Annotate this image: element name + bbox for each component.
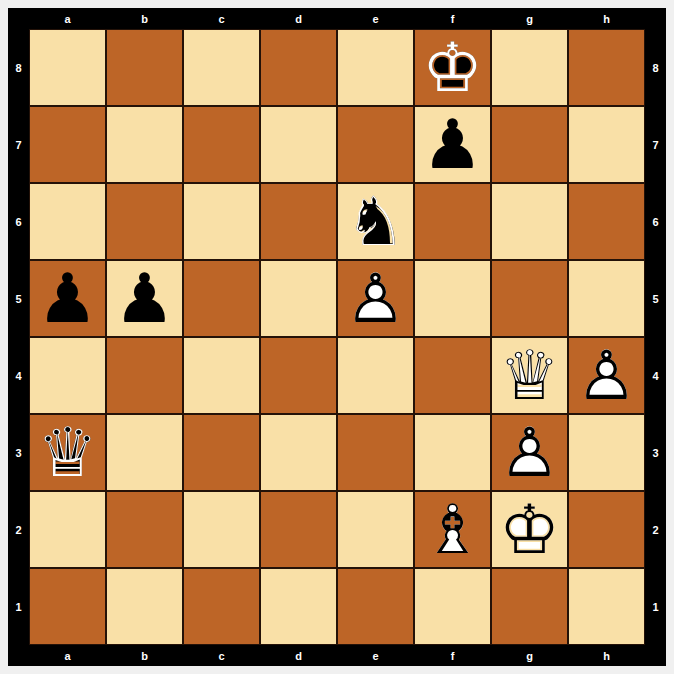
white-queen-g4[interactable]: ♛♕ (492, 338, 567, 413)
square-h4[interactable]: ♟♙ (568, 337, 645, 414)
square-e7[interactable] (337, 106, 414, 183)
file-labels-top: abcdefgh (29, 8, 645, 29)
file-label-c: c (183, 8, 260, 29)
square-e5[interactable]: ♟♙ (337, 260, 414, 337)
bishop-outline-icon: ♗ (415, 492, 490, 567)
file-label-b: b (106, 645, 183, 666)
square-c7[interactable] (183, 106, 260, 183)
file-label-b: b (106, 8, 183, 29)
white-pawn-h4[interactable]: ♟♙ (569, 338, 644, 413)
pawn-outline-icon: ♙ (338, 261, 413, 336)
rank-label-3: 3 (8, 414, 29, 491)
queen-outline-icon: ♕ (30, 415, 105, 490)
file-label-e: e (337, 645, 414, 666)
rank-label-1: 1 (645, 568, 666, 645)
square-h3[interactable] (568, 414, 645, 491)
pawn-icon: ♟ (415, 107, 490, 182)
square-h1[interactable] (568, 568, 645, 645)
pawn-icon: ♟ (30, 261, 105, 336)
square-c8[interactable] (183, 29, 260, 106)
square-f1[interactable] (414, 568, 491, 645)
rank-label-6: 6 (645, 183, 666, 260)
file-label-c: c (183, 645, 260, 666)
pawn-outline-icon: ♙ (569, 338, 644, 413)
square-c1[interactable] (183, 568, 260, 645)
square-b8[interactable] (106, 29, 183, 106)
square-h8[interactable] (568, 29, 645, 106)
square-g7[interactable] (491, 106, 568, 183)
square-b2[interactable] (106, 491, 183, 568)
rank-label-5: 5 (8, 260, 29, 337)
pawn-outline-icon: ♙ (492, 415, 567, 490)
square-b3[interactable] (106, 414, 183, 491)
square-c3[interactable] (183, 414, 260, 491)
file-label-h: h (568, 645, 645, 666)
square-f8[interactable]: ♚♔ (414, 29, 491, 106)
square-g5[interactable] (491, 260, 568, 337)
rank-labels-right: 87654321 (645, 29, 666, 645)
square-d4[interactable] (260, 337, 337, 414)
square-c6[interactable] (183, 183, 260, 260)
square-a5[interactable]: ♟ (29, 260, 106, 337)
square-d2[interactable] (260, 491, 337, 568)
square-a8[interactable] (29, 29, 106, 106)
square-g8[interactable] (491, 29, 568, 106)
white-bishop-f2[interactable]: ♝♗ (415, 492, 490, 567)
square-d1[interactable] (260, 568, 337, 645)
white-king-g2[interactable]: ♚♔ (492, 492, 567, 567)
square-b7[interactable] (106, 106, 183, 183)
square-g4[interactable]: ♛♕ (491, 337, 568, 414)
square-e4[interactable] (337, 337, 414, 414)
square-a2[interactable] (29, 491, 106, 568)
rank-label-3: 3 (645, 414, 666, 491)
chess-board-frame: abcdefgh abcdefgh 87654321 87654321 ♚♔♟♞… (8, 8, 666, 666)
file-label-g: g (491, 645, 568, 666)
chess-board: ♚♔♟♞♘♟♟♟♙♛♕♟♙♛♕♟♙♝♗♚♔ (29, 29, 645, 645)
black-pawn-f7[interactable]: ♟ (415, 107, 490, 182)
square-a4[interactable] (29, 337, 106, 414)
file-label-a: a (29, 8, 106, 29)
square-d8[interactable] (260, 29, 337, 106)
file-label-d: d (260, 8, 337, 29)
rank-label-2: 2 (645, 491, 666, 568)
black-knight-e6[interactable]: ♞♘ (338, 184, 413, 259)
rank-label-4: 4 (645, 337, 666, 414)
rank-labels-left: 87654321 (8, 29, 29, 645)
square-f6[interactable] (414, 183, 491, 260)
black-king-f8[interactable]: ♚♔ (415, 30, 490, 105)
square-b5[interactable]: ♟ (106, 260, 183, 337)
square-e6[interactable]: ♞♘ (337, 183, 414, 260)
file-label-e: e (337, 8, 414, 29)
square-c4[interactable] (183, 337, 260, 414)
square-d3[interactable] (260, 414, 337, 491)
square-a7[interactable] (29, 106, 106, 183)
queen-outline-icon: ♕ (492, 338, 567, 413)
white-pawn-g3[interactable]: ♟♙ (492, 415, 567, 490)
square-b1[interactable] (106, 568, 183, 645)
square-c5[interactable] (183, 260, 260, 337)
file-label-g: g (491, 8, 568, 29)
square-f3[interactable] (414, 414, 491, 491)
file-label-d: d (260, 645, 337, 666)
file-label-h: h (568, 8, 645, 29)
file-label-a: a (29, 645, 106, 666)
black-queen-a3[interactable]: ♛♕ (30, 415, 105, 490)
file-labels-bottom: abcdefgh (29, 645, 645, 666)
square-g6[interactable] (491, 183, 568, 260)
king-outline-icon: ♔ (492, 492, 567, 567)
square-f2[interactable]: ♝♗ (414, 491, 491, 568)
file-label-f: f (414, 8, 491, 29)
square-g3[interactable]: ♟♙ (491, 414, 568, 491)
rank-label-1: 1 (8, 568, 29, 645)
square-a3[interactable]: ♛♕ (29, 414, 106, 491)
square-d7[interactable] (260, 106, 337, 183)
square-c2[interactable] (183, 491, 260, 568)
square-b6[interactable] (106, 183, 183, 260)
square-h7[interactable] (568, 106, 645, 183)
rank-label-8: 8 (8, 29, 29, 106)
page-background: abcdefgh abcdefgh 87654321 87654321 ♚♔♟♞… (0, 0, 674, 674)
rank-label-8: 8 (645, 29, 666, 106)
king-outline-icon: ♔ (415, 30, 490, 105)
rank-label-2: 2 (8, 491, 29, 568)
square-a1[interactable] (29, 568, 106, 645)
square-b4[interactable] (106, 337, 183, 414)
square-d5[interactable] (260, 260, 337, 337)
knight-outline-icon: ♘ (338, 184, 413, 259)
square-f4[interactable] (414, 337, 491, 414)
square-h5[interactable] (568, 260, 645, 337)
square-d6[interactable] (260, 183, 337, 260)
square-a6[interactable] (29, 183, 106, 260)
black-pawn-a5[interactable]: ♟ (30, 261, 105, 336)
rank-label-7: 7 (8, 106, 29, 183)
rank-label-7: 7 (645, 106, 666, 183)
square-f5[interactable] (414, 260, 491, 337)
square-h6[interactable] (568, 183, 645, 260)
black-pawn-b5[interactable]: ♟ (107, 261, 182, 336)
rank-label-5: 5 (645, 260, 666, 337)
square-g2[interactable]: ♚♔ (491, 491, 568, 568)
square-e2[interactable] (337, 491, 414, 568)
square-h2[interactable] (568, 491, 645, 568)
square-e1[interactable] (337, 568, 414, 645)
file-label-f: f (414, 645, 491, 666)
square-e8[interactable] (337, 29, 414, 106)
square-e3[interactable] (337, 414, 414, 491)
rank-label-6: 6 (8, 183, 29, 260)
rank-label-4: 4 (8, 337, 29, 414)
white-pawn-e5[interactable]: ♟♙ (338, 261, 413, 336)
square-g1[interactable] (491, 568, 568, 645)
pawn-icon: ♟ (107, 261, 182, 336)
square-f7[interactable]: ♟ (414, 106, 491, 183)
